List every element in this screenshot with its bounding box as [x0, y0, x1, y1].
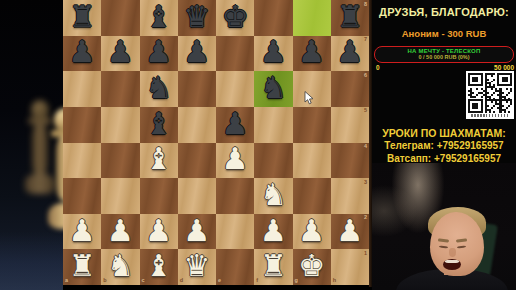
square-g8[interactable]: [293, 0, 331, 36]
square-e7[interactable]: [216, 36, 254, 72]
thanks-header: ДРУЗЬЯ, БЛАГОДАРЮ:: [372, 6, 516, 18]
square-c6[interactable]: ♞: [140, 71, 178, 107]
donation-goal-widget: НА МЕЧТУ - ТЕЛЕСКОП 0 / 50 000 RUB (0%): [374, 46, 514, 63]
square-h7[interactable]: ♟7: [331, 36, 369, 72]
black-knight-f6[interactable]: ♞: [260, 73, 287, 103]
square-h2[interactable]: ♟2: [331, 214, 369, 250]
square-h4[interactable]: 4: [331, 143, 369, 179]
square-e3[interactable]: [216, 178, 254, 214]
rank-label-5: 5: [364, 108, 367, 114]
square-a4[interactable]: [63, 143, 101, 179]
black-pawn-g7[interactable]: ♟: [298, 37, 325, 67]
square-d6[interactable]: [178, 71, 216, 107]
square-b6[interactable]: [101, 71, 139, 107]
blurred-pawn-icon: [46, 108, 63, 243]
black-pawn-a7[interactable]: ♟: [69, 37, 96, 67]
black-bishop-c5[interactable]: ♝: [145, 109, 172, 139]
background-photo: [0, 0, 63, 290]
square-g2[interactable]: ♟: [293, 214, 331, 250]
file-label-h: h: [333, 278, 336, 284]
square-b5[interactable]: [101, 107, 139, 143]
square-f5[interactable]: [254, 107, 292, 143]
black-rook-h8[interactable]: ♜: [336, 2, 363, 32]
webcam-view: [372, 163, 516, 290]
square-d4[interactable]: [178, 143, 216, 179]
square-a7[interactable]: ♟: [63, 36, 101, 72]
black-pawn-c7[interactable]: ♟: [145, 37, 172, 67]
square-g1[interactable]: ♚g: [293, 249, 331, 285]
square-g3[interactable]: [293, 178, 331, 214]
rank-label-3: 3: [364, 180, 367, 186]
black-pawn-d7[interactable]: ♟: [183, 37, 210, 67]
white-pawn-h2[interactable]: ♟: [336, 216, 363, 246]
white-queen-d1[interactable]: ♛: [183, 251, 210, 281]
streamer-mouth: [443, 259, 461, 270]
black-pawn-b7[interactable]: ♟: [107, 37, 134, 67]
qr-code: [466, 71, 514, 119]
square-h5[interactable]: 5: [331, 107, 369, 143]
rank-label-6: 6: [364, 73, 367, 79]
file-label-a: a: [65, 278, 68, 284]
square-a5[interactable]: [63, 107, 101, 143]
mouse-cursor: [304, 91, 314, 105]
black-king-e8[interactable]: ♚: [222, 2, 249, 32]
white-knight-b1[interactable]: ♞: [107, 251, 134, 281]
white-pawn-a2[interactable]: ♟: [69, 216, 96, 246]
rank-label-4: 4: [364, 144, 367, 150]
goal-scale-max: 50 000: [494, 64, 514, 71]
rank-label-1: 1: [364, 251, 367, 257]
white-bishop-c1[interactable]: ♝: [145, 251, 172, 281]
square-c8[interactable]: ♝: [140, 0, 178, 36]
black-pawn-f7[interactable]: ♟: [260, 37, 287, 67]
square-f1[interactable]: ♜f: [254, 249, 292, 285]
square-c5[interactable]: ♝: [140, 107, 178, 143]
file-label-d: d: [180, 278, 183, 284]
file-label-e: e: [218, 278, 221, 284]
square-h8[interactable]: ♜8: [331, 0, 369, 36]
black-pawn-e5[interactable]: ♟: [222, 109, 249, 139]
square-b8[interactable]: [101, 0, 139, 36]
white-pawn-b2[interactable]: ♟: [107, 216, 134, 246]
square-d8[interactable]: ♛: [178, 0, 216, 36]
square-h3[interactable]: 3: [331, 178, 369, 214]
square-f8[interactable]: [254, 0, 292, 36]
white-pawn-e4[interactable]: ♟: [222, 144, 249, 174]
lessons-telegram: Телеграм: +79529165957: [372, 140, 516, 151]
square-f7[interactable]: ♟: [254, 36, 292, 72]
square-d7[interactable]: ♟: [178, 36, 216, 72]
white-pawn-f2[interactable]: ♟: [260, 216, 287, 246]
goal-scale-min: 0: [376, 64, 380, 71]
file-label-f: f: [256, 278, 258, 284]
square-g4[interactable]: [293, 143, 331, 179]
black-queen-d8[interactable]: ♛: [183, 2, 210, 32]
square-c7[interactable]: ♟: [140, 36, 178, 72]
stream-frame: ♜♝♛♚♜8♟♟♟♟♟♟♟7♞♞6♝♟5♝♟4♞3♟♟♟♟♟♟♟2♜a♞b♝c♛…: [0, 0, 516, 290]
white-pawn-c2[interactable]: ♟: [145, 216, 172, 246]
square-e2[interactable]: [216, 214, 254, 250]
square-a6[interactable]: [63, 71, 101, 107]
info-panel: ДРУЗЬЯ, БЛАГОДАРЮ: Аноним - 300 RUB НА М…: [372, 0, 516, 290]
square-c1[interactable]: ♝c: [140, 249, 178, 285]
square-d2[interactable]: ♟: [178, 214, 216, 250]
square-d3[interactable]: [178, 178, 216, 214]
square-e4[interactable]: ♟: [216, 143, 254, 179]
white-bishop-c4[interactable]: ♝: [145, 144, 172, 174]
square-f2[interactable]: ♟: [254, 214, 292, 250]
rank-label-7: 7: [364, 37, 367, 43]
square-a3[interactable]: [63, 178, 101, 214]
square-a1[interactable]: ♜a: [63, 249, 101, 285]
square-a2[interactable]: ♟: [63, 214, 101, 250]
black-bishop-c8[interactable]: ♝: [145, 2, 172, 32]
square-f3[interactable]: ♞: [254, 178, 292, 214]
white-pawn-d2[interactable]: ♟: [183, 216, 210, 246]
square-e1[interactable]: e: [216, 249, 254, 285]
square-g7[interactable]: ♟: [293, 36, 331, 72]
square-c3[interactable]: [140, 178, 178, 214]
white-pawn-g2[interactable]: ♟: [298, 216, 325, 246]
lessons-header: УРОКИ ПО ШАХМАТАМ:: [372, 127, 516, 139]
square-h6[interactable]: 6: [331, 71, 369, 107]
square-c2[interactable]: ♟: [140, 214, 178, 250]
square-d5[interactable]: [178, 107, 216, 143]
goal-progress: 0 / 50 000 RUB (0%): [418, 55, 469, 61]
black-knight-c6[interactable]: ♞: [145, 73, 172, 103]
white-knight-f3[interactable]: ♞: [260, 180, 287, 210]
white-rook-f1[interactable]: ♜: [260, 251, 287, 281]
square-b4[interactable]: [101, 143, 139, 179]
white-king-g1[interactable]: ♚: [298, 251, 325, 281]
square-e6[interactable]: [216, 71, 254, 107]
square-f4[interactable]: [254, 143, 292, 179]
square-h1[interactable]: 1h: [331, 249, 369, 285]
white-rook-a1[interactable]: ♜: [69, 251, 96, 281]
square-b1[interactable]: ♞b: [101, 249, 139, 285]
square-e5[interactable]: ♟: [216, 107, 254, 143]
donation-entry: Аноним - 300 RUB: [372, 28, 516, 39]
black-pawn-h7[interactable]: ♟: [336, 37, 363, 67]
square-g5[interactable]: [293, 107, 331, 143]
square-b7[interactable]: ♟: [101, 36, 139, 72]
square-b2[interactable]: ♟: [101, 214, 139, 250]
square-b3[interactable]: [101, 178, 139, 214]
goal-scale: 0 50 000: [376, 64, 514, 71]
black-rook-a8[interactable]: ♜: [69, 2, 96, 32]
square-d1[interactable]: ♛d: [178, 249, 216, 285]
rank-label-2: 2: [364, 215, 367, 221]
square-a8[interactable]: ♜: [63, 0, 101, 36]
qr-caption: [471, 114, 509, 117]
square-c4[interactable]: ♝: [140, 143, 178, 179]
file-label-g: g: [295, 278, 298, 284]
square-e8[interactable]: ♚: [216, 0, 254, 36]
file-label-c: c: [142, 278, 145, 284]
square-f6[interactable]: ♞: [254, 71, 292, 107]
chess-board[interactable]: ♜♝♛♚♜8♟♟♟♟♟♟♟7♞♞6♝♟5♝♟4♞3♟♟♟♟♟♟♟2♜a♞b♝c♛…: [63, 0, 369, 285]
file-label-b: b: [103, 278, 106, 284]
rank-label-8: 8: [364, 2, 367, 8]
